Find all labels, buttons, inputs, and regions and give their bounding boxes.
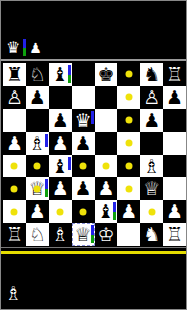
piece-black-p-c6: ♟ — [49, 109, 72, 132]
move-bar-b5 — [45, 134, 48, 147]
square-b4[interactable] — [26, 155, 49, 178]
square-d3[interactable]: ♟ — [72, 177, 95, 200]
square-c8[interactable]: ♝ — [49, 63, 72, 86]
square-h5[interactable] — [163, 132, 186, 155]
square-d5[interactable]: ♟ — [72, 132, 95, 155]
square-f5[interactable] — [117, 132, 140, 155]
move-dot-a4 — [11, 162, 18, 169]
square-a5[interactable]: ♟ — [3, 132, 26, 155]
status-progress-bar — [1, 251, 187, 254]
piece-black-r-h8: ♖ — [163, 63, 186, 86]
piece-white-p-b2: ♟ — [26, 200, 49, 223]
square-b3[interactable]: ♕ — [26, 177, 49, 200]
square-a7[interactable]: ♙ — [3, 86, 26, 109]
square-c7[interactable] — [49, 86, 72, 109]
square-e1[interactable]: ♔ — [95, 223, 118, 246]
square-g2[interactable] — [140, 200, 163, 223]
piece-white-r-h1: ♖ — [163, 223, 186, 246]
move-dot-f7 — [125, 94, 132, 101]
move-dot-f5 — [125, 140, 132, 147]
square-e6[interactable] — [95, 109, 118, 132]
square-d4[interactable] — [72, 155, 95, 178]
move-dot-b3 — [34, 185, 41, 192]
square-e5[interactable] — [95, 132, 118, 155]
piece-black-p-b7: ♟ — [26, 86, 49, 109]
piece-black-p-g6: ♟ — [140, 109, 163, 132]
tray-move-bar — [23, 39, 26, 56]
square-b2[interactable]: ♟ — [26, 200, 49, 223]
square-b6[interactable] — [26, 109, 49, 132]
square-h6[interactable] — [163, 109, 186, 132]
square-c5[interactable]: ♟ — [49, 132, 72, 155]
move-dot-b4 — [34, 162, 41, 169]
square-a8[interactable]: ♜ — [3, 63, 26, 86]
move-bar-d6 — [91, 111, 94, 124]
square-h1[interactable]: ♖ — [163, 223, 186, 246]
square-h4[interactable] — [163, 155, 186, 178]
square-b7[interactable]: ♟ — [26, 86, 49, 109]
piece-white-p-e3: ♟ — [95, 177, 118, 200]
square-f4[interactable] — [117, 155, 140, 178]
square-f1[interactable] — [117, 223, 140, 246]
app-window: ♛♟ ♜♘♝♚♞♖♙♟♙♟♟♛♟♟♗♟♟♝♗♕♟♟♟♕♟♝♟♟♖♘♗♕♔♞♖ ♗ — [0, 0, 187, 310]
tray-piece-white-queen[interactable]: ♛ — [6, 39, 20, 57]
move-dot-d2 — [80, 208, 87, 215]
move-dot-e4 — [102, 162, 109, 169]
piece-black-q-g3: ♕ — [140, 177, 163, 200]
piece-white-n-b1: ♘ — [26, 223, 49, 246]
square-a1[interactable]: ♖ — [3, 223, 26, 246]
piece-white-p-a5: ♟ — [3, 132, 26, 155]
square-b5[interactable]: ♗ — [26, 132, 49, 155]
move-bar-b3 — [45, 179, 48, 197]
piece-black-k-e8: ♚ — [95, 63, 118, 86]
piece-black-p-g7: ♙ — [140, 86, 163, 109]
piece-black-p-a7: ♙ — [3, 86, 26, 109]
piece-white-p-c3: ♟ — [49, 177, 72, 200]
square-a2[interactable] — [3, 200, 26, 223]
square-f3[interactable] — [117, 177, 140, 200]
move-dot-g2 — [148, 208, 155, 215]
square-c3[interactable]: ♟ — [49, 177, 72, 200]
square-h7[interactable]: ♟ — [163, 86, 186, 109]
piece-white-b-g4: ♗ — [140, 155, 163, 178]
square-c1[interactable]: ♗ — [49, 223, 72, 246]
square-g4[interactable]: ♗ — [140, 155, 163, 178]
captured-tray-top: ♛♟ — [2, 2, 186, 58]
piece-black-r-a8: ♜ — [3, 63, 26, 86]
piece-black-b-c1: ♗ — [49, 223, 72, 246]
move-dot-a3 — [11, 185, 18, 192]
piece-white-n-g1: ♞ — [140, 223, 163, 246]
board-separator-line — [1, 59, 187, 61]
captured-tray-bottom: ♗ — [5, 281, 22, 305]
square-h3[interactable] — [163, 177, 186, 200]
square-f6[interactable] — [117, 109, 140, 132]
square-g7[interactable]: ♙ — [140, 86, 163, 109]
selection-box-d1 — [72, 223, 95, 246]
square-g3[interactable]: ♕ — [140, 177, 163, 200]
square-a6[interactable] — [3, 109, 26, 132]
square-d8[interactable] — [72, 63, 95, 86]
square-d2[interactable] — [72, 200, 95, 223]
board-bottom-border — [1, 247, 187, 248]
piece-white-p-f2: ♟ — [117, 200, 140, 223]
square-e2[interactable]: ♝ — [95, 200, 118, 223]
square-b1[interactable]: ♘ — [26, 223, 49, 246]
square-e4[interactable] — [95, 155, 118, 178]
square-d6[interactable]: ♛ — [72, 109, 95, 132]
piece-black-k-e1: ♔ — [95, 223, 118, 246]
tray-piece-bishop-outline[interactable]: ♗ — [5, 282, 22, 304]
chess-board: ♜♘♝♚♞♖♙♟♙♟♟♛♟♟♗♟♟♝♗♕♟♟♟♕♟♝♟♟♖♘♗♕♔♞♖ — [3, 63, 186, 246]
square-g8[interactable]: ♞ — [140, 63, 163, 86]
move-bar-e2 — [113, 202, 116, 220]
square-f8[interactable] — [117, 63, 140, 86]
square-h2[interactable]: ♟ — [163, 200, 186, 223]
square-c4[interactable]: ♝ — [49, 155, 72, 178]
move-dot-a2 — [11, 208, 18, 215]
square-e3[interactable]: ♟ — [95, 177, 118, 200]
piece-black-n-b8: ♘ — [26, 63, 49, 86]
piece-white-p-c5: ♟ — [49, 132, 72, 155]
move-bar-c8 — [68, 65, 71, 83]
piece-white-p-h2: ♟ — [163, 200, 186, 223]
move-dot-d4 — [80, 162, 87, 169]
square-e8[interactable]: ♚ — [95, 63, 118, 86]
square-a4[interactable] — [3, 155, 26, 178]
square-b8[interactable]: ♘ — [26, 63, 49, 86]
square-h8[interactable]: ♖ — [163, 63, 186, 86]
move-dot-f4 — [125, 162, 132, 169]
move-dot-f3 — [125, 185, 132, 192]
square-g6[interactable]: ♟ — [140, 109, 163, 132]
square-e7[interactable] — [95, 86, 118, 109]
piece-black-p-d3: ♟ — [72, 177, 95, 200]
square-g1[interactable]: ♞ — [140, 223, 163, 246]
square-d7[interactable] — [72, 86, 95, 109]
square-f2[interactable]: ♟ — [117, 200, 140, 223]
square-d1[interactable]: ♕ — [72, 223, 95, 246]
move-dot-f6 — [125, 117, 132, 124]
piece-black-p-h7: ♟ — [163, 86, 186, 109]
square-c6[interactable]: ♟ — [49, 109, 72, 132]
move-dot-c2 — [57, 208, 64, 215]
tray-piece-white-pawn[interactable]: ♟ — [29, 39, 42, 57]
move-dot-f8 — [125, 71, 132, 78]
square-f7[interactable] — [117, 86, 140, 109]
square-c2[interactable] — [49, 200, 72, 223]
square-a3[interactable] — [3, 177, 26, 200]
piece-black-p-d5: ♟ — [72, 132, 95, 155]
move-bar-c4 — [68, 157, 71, 170]
piece-black-n-g8: ♞ — [140, 63, 163, 86]
piece-black-r-a1: ♖ — [3, 223, 26, 246]
square-g5[interactable] — [140, 132, 163, 155]
